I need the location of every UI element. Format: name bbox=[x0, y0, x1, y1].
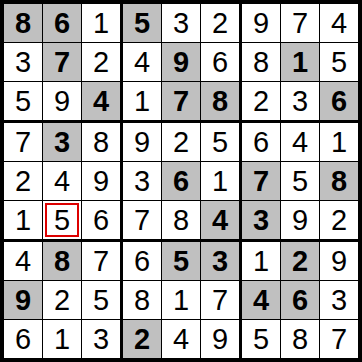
cell-digit: 4 bbox=[54, 167, 70, 196]
cell-r6c5[interactable]: 8 bbox=[162, 201, 200, 239]
cell-digit: 2 bbox=[212, 9, 228, 38]
cell-digit: 2 bbox=[253, 87, 269, 116]
cell-digit: 2 bbox=[134, 325, 150, 354]
cell-digit: 3 bbox=[331, 286, 347, 315]
cell-r8c9[interactable]: 3 bbox=[320, 281, 358, 319]
cell-digit: 6 bbox=[15, 325, 31, 354]
cell-r4c4[interactable]: 9 bbox=[123, 123, 161, 161]
cell-digit: 5 bbox=[331, 48, 347, 77]
cell-r5c1[interactable]: 2 bbox=[4, 162, 42, 200]
cell-r6c7[interactable]: 3 bbox=[242, 201, 280, 239]
cell-digit: 1 bbox=[292, 48, 308, 77]
cell-r2c6[interactable]: 6 bbox=[201, 43, 239, 81]
cell-r5c7[interactable]: 7 bbox=[242, 162, 280, 200]
cell-r5c2[interactable]: 4 bbox=[43, 162, 81, 200]
cell-digit: 4 bbox=[212, 206, 228, 235]
cell-r1c2[interactable]: 6 bbox=[43, 4, 81, 42]
cell-r7c5[interactable]: 5 bbox=[162, 242, 200, 280]
cell-r6c3[interactable]: 6 bbox=[82, 201, 120, 239]
cell-r8c4[interactable]: 8 bbox=[123, 281, 161, 319]
cell-r6c8[interactable]: 9 bbox=[281, 201, 319, 239]
cell-digit: 2 bbox=[331, 206, 347, 235]
cell-r3c6[interactable]: 8 bbox=[201, 82, 239, 120]
cell-digit: 6 bbox=[173, 167, 189, 196]
cell-r4c8[interactable]: 4 bbox=[281, 123, 319, 161]
cell-r5c9[interactable]: 8 bbox=[320, 162, 358, 200]
cell-digit: 3 bbox=[134, 167, 150, 196]
cell-r1c1[interactable]: 8 bbox=[4, 4, 42, 42]
cell-digit: 4 bbox=[93, 87, 109, 116]
cell-digit: 9 bbox=[253, 9, 269, 38]
cell-digit: 1 bbox=[253, 247, 269, 276]
cell-digit: 5 bbox=[253, 325, 269, 354]
cell-r9c7[interactable]: 5 bbox=[242, 320, 280, 358]
cell-digit: 1 bbox=[93, 9, 109, 38]
cell-digit: 1 bbox=[134, 87, 150, 116]
cell-r9c9[interactable]: 7 bbox=[320, 320, 358, 358]
cell-r8c2[interactable]: 2 bbox=[43, 281, 81, 319]
cell-r5c6[interactable]: 1 bbox=[201, 162, 239, 200]
cell-r9c1[interactable]: 6 bbox=[4, 320, 42, 358]
cell-digit: 5 bbox=[54, 206, 70, 235]
cell-r6c2[interactable]: 5 bbox=[43, 201, 81, 239]
cell-r9c3[interactable]: 3 bbox=[82, 320, 120, 358]
cell-r4c2[interactable]: 3 bbox=[43, 123, 81, 161]
cell-digit: 5 bbox=[93, 286, 109, 315]
cell-r1c7[interactable]: 9 bbox=[242, 4, 280, 42]
cell-digit: 5 bbox=[134, 9, 150, 38]
cell-r4c5[interactable]: 2 bbox=[162, 123, 200, 161]
cell-digit: 6 bbox=[93, 206, 109, 235]
cell-r7c8[interactable]: 2 bbox=[281, 242, 319, 280]
cell-digit: 1 bbox=[173, 286, 189, 315]
cell-digit: 1 bbox=[212, 167, 228, 196]
cell-digit: 4 bbox=[173, 325, 189, 354]
cell-digit: 7 bbox=[331, 325, 347, 354]
cell-digit: 6 bbox=[134, 247, 150, 276]
cell-digit: 2 bbox=[173, 128, 189, 157]
cell-digit: 7 bbox=[15, 128, 31, 157]
cell-digit: 6 bbox=[292, 286, 308, 315]
cell-r8c3[interactable]: 5 bbox=[82, 281, 120, 319]
cell-digit: 8 bbox=[292, 325, 308, 354]
cell-digit: 4 bbox=[134, 48, 150, 77]
cell-r5c5[interactable]: 6 bbox=[162, 162, 200, 200]
cell-digit: 9 bbox=[134, 128, 150, 157]
cell-r4c7[interactable]: 6 bbox=[242, 123, 280, 161]
cell-digit: 7 bbox=[54, 48, 70, 77]
cell-digit: 7 bbox=[212, 286, 228, 315]
sudoku-board: 8615329743724968155941782367389256412493… bbox=[0, 0, 362, 362]
cell-digit: 1 bbox=[331, 128, 347, 157]
cell-r7c9[interactable]: 9 bbox=[320, 242, 358, 280]
cell-r9c4[interactable]: 2 bbox=[123, 320, 161, 358]
cell-digit: 5 bbox=[15, 87, 31, 116]
cell-r7c6[interactable]: 3 bbox=[201, 242, 239, 280]
cell-digit: 3 bbox=[212, 247, 228, 276]
cell-digit: 5 bbox=[292, 167, 308, 196]
cell-digit: 3 bbox=[15, 48, 31, 77]
cell-digit: 7 bbox=[93, 247, 109, 276]
cell-digit: 9 bbox=[54, 87, 70, 116]
cell-r7c3[interactable]: 7 bbox=[82, 242, 120, 280]
cell-digit: 8 bbox=[253, 48, 269, 77]
cell-digit: 8 bbox=[54, 247, 70, 276]
cell-digit: 6 bbox=[331, 87, 347, 116]
cell-digit: 5 bbox=[173, 247, 189, 276]
cell-digit: 8 bbox=[93, 128, 109, 157]
cell-r9c2[interactable]: 1 bbox=[43, 320, 81, 358]
cell-r2c4[interactable]: 4 bbox=[123, 43, 161, 81]
cell-digit: 8 bbox=[331, 167, 347, 196]
cell-digit: 7 bbox=[173, 87, 189, 116]
cell-r3c2[interactable]: 9 bbox=[43, 82, 81, 120]
cell-r6c6[interactable]: 4 bbox=[201, 201, 239, 239]
cell-r2c5[interactable]: 9 bbox=[162, 43, 200, 81]
cell-r7c1[interactable]: 4 bbox=[4, 242, 42, 280]
cell-digit: 8 bbox=[173, 206, 189, 235]
cell-r9c8[interactable]: 8 bbox=[281, 320, 319, 358]
cell-digit: 8 bbox=[212, 87, 228, 116]
cell-digit: 1 bbox=[15, 206, 31, 235]
cell-r9c6[interactable]: 9 bbox=[201, 320, 239, 358]
cell-digit: 3 bbox=[173, 9, 189, 38]
cell-r5c4[interactable]: 3 bbox=[123, 162, 161, 200]
cell-r1c5[interactable]: 3 bbox=[162, 4, 200, 42]
cell-digit: 7 bbox=[292, 9, 308, 38]
cell-digit: 9 bbox=[212, 325, 228, 354]
cell-r2c9[interactable]: 5 bbox=[320, 43, 358, 81]
cell-digit: 4 bbox=[292, 128, 308, 157]
cell-digit: 6 bbox=[54, 9, 70, 38]
cell-digit: 8 bbox=[15, 9, 31, 38]
cell-r3c8[interactable]: 3 bbox=[281, 82, 319, 120]
cell-digit: 2 bbox=[54, 286, 70, 315]
cell-r7c7[interactable]: 1 bbox=[242, 242, 280, 280]
cell-digit: 3 bbox=[93, 325, 109, 354]
cell-r2c3[interactable]: 2 bbox=[82, 43, 120, 81]
cell-digit: 4 bbox=[331, 9, 347, 38]
cell-r7c4[interactable]: 6 bbox=[123, 242, 161, 280]
cell-digit: 8 bbox=[134, 286, 150, 315]
cell-digit: 5 bbox=[212, 128, 228, 157]
cell-digit: 2 bbox=[292, 247, 308, 276]
cell-r6c1[interactable]: 1 bbox=[4, 201, 42, 239]
cell-digit: 9 bbox=[292, 206, 308, 235]
cell-r1c8[interactable]: 7 bbox=[281, 4, 319, 42]
cell-r3c9[interactable]: 6 bbox=[320, 82, 358, 120]
cell-digit: 2 bbox=[93, 48, 109, 77]
cell-r3c7[interactable]: 2 bbox=[242, 82, 280, 120]
cell-r4c3[interactable]: 8 bbox=[82, 123, 120, 161]
cell-digit: 7 bbox=[134, 206, 150, 235]
cell-r8c5[interactable]: 1 bbox=[162, 281, 200, 319]
cell-r1c3[interactable]: 1 bbox=[82, 4, 120, 42]
cell-digit: 2 bbox=[15, 167, 31, 196]
cell-r4c6[interactable]: 5 bbox=[201, 123, 239, 161]
cell-r3c1[interactable]: 5 bbox=[4, 82, 42, 120]
cell-r1c9[interactable]: 4 bbox=[320, 4, 358, 42]
cell-digit: 9 bbox=[331, 247, 347, 276]
cell-digit: 3 bbox=[292, 87, 308, 116]
cell-r8c7[interactable]: 4 bbox=[242, 281, 280, 319]
cell-digit: 4 bbox=[253, 286, 269, 315]
cell-r6c9[interactable]: 2 bbox=[320, 201, 358, 239]
cell-r8c1[interactable]: 9 bbox=[4, 281, 42, 319]
cell-r6c4[interactable]: 7 bbox=[123, 201, 161, 239]
cell-digit: 6 bbox=[253, 128, 269, 157]
cell-digit: 9 bbox=[173, 48, 189, 77]
cell-r9c5[interactable]: 4 bbox=[162, 320, 200, 358]
cell-r5c3[interactable]: 9 bbox=[82, 162, 120, 200]
cell-digit: 7 bbox=[253, 167, 269, 196]
cell-r2c8[interactable]: 1 bbox=[281, 43, 319, 81]
cell-r1c6[interactable]: 2 bbox=[201, 4, 239, 42]
cell-digit: 6 bbox=[212, 48, 228, 77]
cell-r8c8[interactable]: 6 bbox=[281, 281, 319, 319]
cell-r1c4[interactable]: 5 bbox=[123, 4, 161, 42]
cell-digit: 1 bbox=[54, 325, 70, 354]
cell-digit: 3 bbox=[253, 206, 269, 235]
cell-r2c7[interactable]: 8 bbox=[242, 43, 280, 81]
cell-r5c8[interactable]: 5 bbox=[281, 162, 319, 200]
cell-r8c6[interactable]: 7 bbox=[201, 281, 239, 319]
cell-r7c2[interactable]: 8 bbox=[43, 242, 81, 280]
cell-r3c4[interactable]: 1 bbox=[123, 82, 161, 120]
cell-digit: 9 bbox=[15, 286, 31, 315]
cell-r3c5[interactable]: 7 bbox=[162, 82, 200, 120]
cell-r4c1[interactable]: 7 bbox=[4, 123, 42, 161]
cell-r4c9[interactable]: 1 bbox=[320, 123, 358, 161]
cell-r2c1[interactable]: 3 bbox=[4, 43, 42, 81]
cell-r3c3[interactable]: 4 bbox=[82, 82, 120, 120]
cell-digit: 4 bbox=[15, 247, 31, 276]
cell-digit: 3 bbox=[54, 128, 70, 157]
cell-digit: 9 bbox=[93, 167, 109, 196]
cell-r2c2[interactable]: 7 bbox=[43, 43, 81, 81]
